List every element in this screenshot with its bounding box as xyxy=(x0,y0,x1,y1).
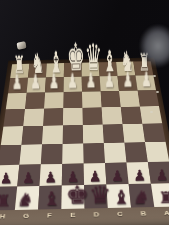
square-d3[interactable] xyxy=(82,91,101,107)
square-h4[interactable] xyxy=(3,109,25,127)
square-g7[interactable]: ♟ xyxy=(17,164,41,186)
square-b2[interactable]: ♟ xyxy=(117,76,137,91)
file-label-F: F xyxy=(37,209,61,222)
edge-glint-icon xyxy=(156,91,159,93)
black-bishop[interactable]: ♝ xyxy=(42,189,57,209)
black-bishop[interactable]: ♝ xyxy=(111,187,126,207)
square-f5[interactable] xyxy=(42,125,63,144)
square-g5[interactable] xyxy=(21,126,43,145)
black-pawn[interactable]: ♟ xyxy=(132,168,146,183)
square-h8[interactable]: ♜ xyxy=(0,186,17,210)
black-king[interactable]: ♚ xyxy=(65,183,80,208)
square-g2[interactable]: ♟ xyxy=(26,77,45,92)
black-knight[interactable]: ♞ xyxy=(18,190,33,209)
black-pawn[interactable]: ♟ xyxy=(0,171,13,186)
photo-frame: ♜♞♝♚♛♝♞♜♟♟♟♟♟♟♟♟♟♟♟♟♟♟♟♟♜♞♝♚♛♝♞♜ HGFEDCB… xyxy=(0,0,169,225)
square-h5[interactable] xyxy=(0,126,22,145)
square-f2[interactable]: ♟ xyxy=(45,77,64,92)
file-label-A: A xyxy=(154,207,169,220)
square-a2[interactable]: ♟ xyxy=(135,75,156,90)
square-b3[interactable] xyxy=(119,91,140,107)
square-a8[interactable]: ♜ xyxy=(150,183,169,207)
square-a6[interactable] xyxy=(145,142,169,162)
square-b5[interactable] xyxy=(122,124,144,143)
black-rook[interactable]: ♜ xyxy=(158,190,169,206)
white-pawn[interactable]: ♟ xyxy=(29,72,41,92)
file-label-C: C xyxy=(107,208,132,221)
square-c4[interactable] xyxy=(101,107,122,125)
white-pawn[interactable]: ♟ xyxy=(66,71,78,91)
square-h2[interactable]: ♟ xyxy=(8,78,28,93)
file-label-E: E xyxy=(61,208,85,221)
black-pawn[interactable]: ♟ xyxy=(21,170,35,185)
square-d5[interactable] xyxy=(82,125,103,144)
square-f6[interactable] xyxy=(40,144,62,164)
square-e4[interactable] xyxy=(63,108,83,126)
file-label-H: H xyxy=(0,210,14,223)
square-c3[interactable] xyxy=(100,91,120,107)
edge-glint-icon xyxy=(153,75,156,77)
square-h7[interactable]: ♟ xyxy=(0,165,19,187)
white-pawn[interactable]: ♟ xyxy=(85,71,97,91)
white-pawn[interactable]: ♟ xyxy=(103,71,115,91)
square-e6[interactable] xyxy=(62,143,83,163)
square-h6[interactable] xyxy=(0,145,21,165)
black-pawn[interactable]: ♟ xyxy=(154,168,168,183)
square-g6[interactable] xyxy=(19,144,42,164)
square-f7[interactable]: ♟ xyxy=(39,164,62,186)
black-rook[interactable]: ♜ xyxy=(0,193,10,209)
square-e3[interactable] xyxy=(63,92,82,108)
square-g4[interactable] xyxy=(23,109,44,127)
square-a4[interactable] xyxy=(139,106,161,124)
square-c2[interactable]: ♟ xyxy=(99,76,118,91)
square-g8[interactable]: ♞ xyxy=(14,186,39,210)
square-b7[interactable]: ♟ xyxy=(126,162,150,184)
square-c6[interactable] xyxy=(103,143,126,163)
black-queen[interactable]: ♛ xyxy=(88,183,103,207)
white-pawn[interactable]: ♟ xyxy=(140,70,152,90)
square-e5[interactable] xyxy=(62,125,83,144)
square-d4[interactable] xyxy=(82,107,102,125)
square-f3[interactable] xyxy=(44,92,63,108)
square-b6[interactable] xyxy=(124,142,147,162)
background-object xyxy=(139,24,169,68)
brass-clasp-icon xyxy=(16,41,26,49)
file-label-B: B xyxy=(131,207,156,220)
square-a5[interactable] xyxy=(142,123,165,142)
chess-board: ♜♞♝♚♛♝♞♜♟♟♟♟♟♟♟♟♟♟♟♟♟♟♟♟♜♞♝♚♛♝♞♜ HGFEDCB… xyxy=(0,58,169,225)
white-pawn[interactable]: ♟ xyxy=(122,70,134,90)
square-g3[interactable] xyxy=(25,92,45,108)
square-e2[interactable]: ♟ xyxy=(63,77,81,92)
square-d2[interactable]: ♟ xyxy=(81,76,100,91)
squares: ♜♞♝♚♛♝♞♜♟♟♟♟♟♟♟♟♟♟♟♟♟♟♟♟♜♞♝♚♛♝♞♜ xyxy=(0,61,169,210)
edge-glint-icon xyxy=(150,111,153,113)
black-knight[interactable]: ♞ xyxy=(135,188,150,207)
square-f8[interactable]: ♝ xyxy=(38,185,62,209)
square-a7[interactable]: ♟ xyxy=(147,162,169,184)
black-pawn[interactable]: ♟ xyxy=(43,170,57,185)
square-h3[interactable] xyxy=(5,93,26,109)
square-b4[interactable] xyxy=(120,107,142,125)
square-b8[interactable]: ♞ xyxy=(128,184,154,208)
square-e8[interactable]: ♚ xyxy=(61,185,84,209)
square-c5[interactable] xyxy=(102,124,124,143)
square-d6[interactable] xyxy=(83,143,105,163)
file-label-D: D xyxy=(84,208,108,221)
black-pawn[interactable]: ♟ xyxy=(110,169,124,184)
file-labels: HGFEDCBA xyxy=(0,207,169,225)
white-pawn[interactable]: ♟ xyxy=(11,73,23,93)
square-f4[interactable] xyxy=(43,108,63,126)
white-pawn[interactable]: ♟ xyxy=(48,72,60,92)
file-label-G: G xyxy=(13,209,38,222)
